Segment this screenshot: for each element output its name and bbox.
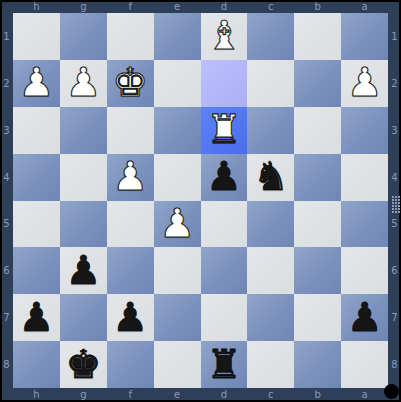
- square-c2[interactable]: [247, 60, 294, 107]
- rank-label-4-left: 4: [1, 154, 12, 201]
- square-f8[interactable]: [107, 341, 154, 388]
- piece-black-king-g8[interactable]: ♚: [65, 344, 101, 384]
- square-d4[interactable]: ♟: [201, 154, 248, 201]
- rank-label-7-right: 7: [389, 294, 400, 341]
- square-d8[interactable]: ♜: [201, 341, 248, 388]
- square-a5[interactable]: [341, 201, 388, 248]
- square-h4[interactable]: [13, 154, 60, 201]
- file-label-c-bottom: c: [247, 389, 294, 400]
- square-d1[interactable]: ♝: [201, 13, 248, 60]
- square-e3[interactable]: [154, 107, 201, 154]
- rank-label-6-right: 6: [389, 247, 400, 294]
- square-b2[interactable]: [294, 60, 341, 107]
- square-g6[interactable]: ♟: [60, 247, 107, 294]
- square-e1[interactable]: [154, 13, 201, 60]
- file-label-b-bottom: b: [294, 389, 341, 400]
- square-h6[interactable]: [13, 247, 60, 294]
- square-h5[interactable]: [13, 201, 60, 248]
- square-d6[interactable]: [201, 247, 248, 294]
- side-to-move-indicator-black-dot: [384, 384, 399, 399]
- square-d2[interactable]: [201, 60, 248, 107]
- square-e8[interactable]: [154, 341, 201, 388]
- piece-black-pawn-a7[interactable]: ♟: [347, 297, 383, 337]
- file-label-a-bottom: a: [341, 389, 388, 400]
- square-c4[interactable]: ♞: [247, 154, 294, 201]
- square-a3[interactable]: [341, 107, 388, 154]
- rank-label-3-right: 3: [389, 107, 400, 154]
- square-e5[interactable]: ♟: [154, 201, 201, 248]
- square-f4[interactable]: ♟: [107, 154, 154, 201]
- rank-label-1-right: 1: [389, 13, 400, 60]
- square-g3[interactable]: [60, 107, 107, 154]
- piece-black-rook-d8[interactable]: ♜: [206, 344, 242, 384]
- rank-label-2-left: 2: [1, 60, 12, 107]
- file-label-d-top: d: [201, 1, 248, 12]
- square-c7[interactable]: [247, 294, 294, 341]
- piece-black-knight-c4[interactable]: ♞: [253, 156, 289, 196]
- square-b4[interactable]: [294, 154, 341, 201]
- file-label-g-bottom: g: [60, 389, 107, 400]
- file-label-f-bottom: f: [107, 389, 154, 400]
- piece-black-pawn-d4[interactable]: ♟: [206, 156, 242, 196]
- square-g8[interactable]: ♚: [60, 341, 107, 388]
- file-label-e-top: e: [154, 1, 201, 12]
- rank-label-5-left: 5: [1, 201, 12, 248]
- piece-white-bishop-d1[interactable]: ♝: [206, 15, 242, 55]
- square-a4[interactable]: [341, 154, 388, 201]
- piece-white-king-f2[interactable]: ♚: [112, 62, 148, 102]
- piece-white-pawn-h2[interactable]: ♟: [19, 62, 55, 102]
- rank-label-3-left: 3: [1, 107, 12, 154]
- rank-label-2-right: 2: [389, 60, 400, 107]
- square-h7[interactable]: ♟: [13, 294, 60, 341]
- square-e4[interactable]: [154, 154, 201, 201]
- file-label-f-top: f: [107, 1, 154, 12]
- square-h3[interactable]: [13, 107, 60, 154]
- square-f5[interactable]: [107, 201, 154, 248]
- square-d5[interactable]: [201, 201, 248, 248]
- square-b5[interactable]: [294, 201, 341, 248]
- square-d3[interactable]: ♜: [201, 107, 248, 154]
- square-c1[interactable]: [247, 13, 294, 60]
- square-b1[interactable]: [294, 13, 341, 60]
- file-label-d-bottom: d: [201, 389, 248, 400]
- piece-white-pawn-a2[interactable]: ♟: [347, 62, 383, 102]
- square-g4[interactable]: [60, 154, 107, 201]
- rank-label-4-right: 4: [389, 154, 400, 201]
- square-f1[interactable]: [107, 13, 154, 60]
- square-f2[interactable]: ♚: [107, 60, 154, 107]
- square-c3[interactable]: [247, 107, 294, 154]
- piece-white-pawn-f4[interactable]: ♟: [112, 156, 148, 196]
- square-a8[interactable]: [341, 341, 388, 388]
- rank-label-8-left: 8: [1, 341, 12, 388]
- square-e7[interactable]: [154, 294, 201, 341]
- square-g5[interactable]: [60, 201, 107, 248]
- square-h2[interactable]: ♟: [13, 60, 60, 107]
- square-b6[interactable]: [294, 247, 341, 294]
- file-label-c-top: c: [247, 1, 294, 12]
- square-g1[interactable]: [60, 13, 107, 60]
- square-a6[interactable]: [341, 247, 388, 294]
- rank-label-6-left: 6: [1, 247, 12, 294]
- file-label-a-top: a: [341, 1, 388, 12]
- square-h8[interactable]: [13, 341, 60, 388]
- square-e6[interactable]: [154, 247, 201, 294]
- file-label-g-top: g: [60, 1, 107, 12]
- piece-black-pawn-g6[interactable]: ♟: [65, 250, 101, 290]
- square-c6[interactable]: [247, 247, 294, 294]
- square-f7[interactable]: ♟: [107, 294, 154, 341]
- square-e2[interactable]: [154, 60, 201, 107]
- file-label-h-bottom: h: [13, 389, 60, 400]
- file-label-e-bottom: e: [154, 389, 201, 400]
- piece-white-rook-d3[interactable]: ♜: [206, 109, 242, 149]
- square-g2[interactable]: ♟: [60, 60, 107, 107]
- square-a2[interactable]: ♟: [341, 60, 388, 107]
- square-b3[interactable]: [294, 107, 341, 154]
- file-label-h-top: h: [13, 1, 60, 12]
- rank-label-8-right: 8: [389, 341, 400, 388]
- piece-black-pawn-h7[interactable]: ♟: [19, 297, 55, 337]
- square-d7[interactable]: [201, 294, 248, 341]
- square-a1[interactable]: [341, 13, 388, 60]
- rank-label-7-left: 7: [1, 294, 12, 341]
- chess-board[interactable]: ♝♟♟♚♟♜♟♟♞♟♟♟♟♟♚♜: [13, 13, 388, 388]
- file-label-b-top: b: [294, 1, 341, 12]
- square-f6[interactable]: [107, 247, 154, 294]
- square-c5[interactable]: [247, 201, 294, 248]
- square-f3[interactable]: [107, 107, 154, 154]
- square-g7[interactable]: [60, 294, 107, 341]
- resize-grip-icon[interactable]: [392, 196, 400, 213]
- square-a7[interactable]: ♟: [341, 294, 388, 341]
- square-b7[interactable]: [294, 294, 341, 341]
- piece-white-pawn-e5[interactable]: ♟: [159, 203, 195, 243]
- square-c8[interactable]: [247, 341, 294, 388]
- piece-black-pawn-f7[interactable]: ♟: [112, 297, 148, 337]
- square-h1[interactable]: [13, 13, 60, 60]
- chess-board-window: ♝♟♟♚♟♜♟♟♞♟♟♟♟♟♚♜ hhggffeeddccbbaa1122334…: [0, 0, 401, 402]
- square-b8[interactable]: [294, 341, 341, 388]
- rank-label-1-left: 1: [1, 13, 12, 60]
- piece-white-pawn-g2[interactable]: ♟: [65, 62, 101, 102]
